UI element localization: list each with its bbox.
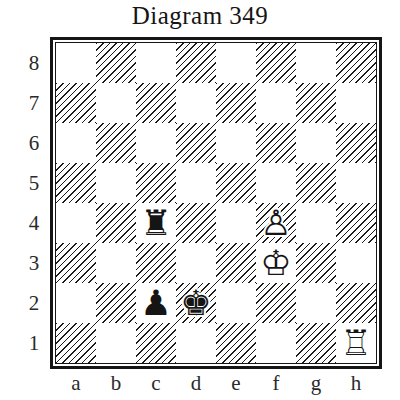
square-f7 [256, 83, 296, 123]
square-c7 [136, 83, 176, 123]
square-e4 [216, 203, 256, 243]
rank-labels: 87654321 [22, 43, 46, 363]
square-a1 [56, 323, 96, 363]
white-pawn-f4: ♙ [256, 203, 296, 243]
square-c1 [136, 323, 176, 363]
file-label-d: d [176, 369, 216, 397]
square-e2 [216, 283, 256, 323]
square-c6 [136, 123, 176, 163]
square-d8 [176, 43, 216, 83]
square-e1 [216, 323, 256, 363]
rank-label-6: 6 [22, 123, 46, 163]
board-grid: ♜♟♙♚♔♟♚♜♖ [56, 43, 376, 363]
square-h3 [336, 243, 376, 283]
diagram-title: Diagram 349 [34, 2, 366, 30]
square-b7 [96, 83, 136, 123]
square-a3 [56, 243, 96, 283]
square-d3 [176, 243, 216, 283]
square-f8 [256, 43, 296, 83]
file-label-a: a [56, 369, 96, 397]
square-g1 [296, 323, 336, 363]
rank-label-8: 8 [22, 43, 46, 83]
square-a4 [56, 203, 96, 243]
file-label-h: h [336, 369, 376, 397]
square-h5 [336, 163, 376, 203]
square-b8 [96, 43, 136, 83]
square-e3 [216, 243, 256, 283]
black-pawn-c2: ♟ [136, 283, 176, 323]
square-f6 [256, 123, 296, 163]
square-d2: ♚ [176, 283, 216, 323]
square-c4: ♜ [136, 203, 176, 243]
chess-diagram-page: Diagram 349 87654321 ♜♟♙♚♔♟♚♜♖ abcdefgh [0, 0, 400, 400]
square-b1 [96, 323, 136, 363]
file-label-g: g [296, 369, 336, 397]
square-d1 [176, 323, 216, 363]
square-h8 [336, 43, 376, 83]
board-inner-border: ♜♟♙♚♔♟♚♜♖ [55, 42, 377, 364]
file-label-f: f [256, 369, 296, 397]
square-b6 [96, 123, 136, 163]
square-g7 [296, 83, 336, 123]
square-h6 [336, 123, 376, 163]
rank-label-5: 5 [22, 163, 46, 203]
square-g8 [296, 43, 336, 83]
square-d5 [176, 163, 216, 203]
square-d4 [176, 203, 216, 243]
square-e6 [216, 123, 256, 163]
square-b5 [96, 163, 136, 203]
square-e5 [216, 163, 256, 203]
square-b3 [96, 243, 136, 283]
square-g3 [296, 243, 336, 283]
rank-label-7: 7 [22, 83, 46, 123]
square-g2 [296, 283, 336, 323]
square-c5 [136, 163, 176, 203]
rank-label-3: 3 [22, 243, 46, 283]
square-d7 [176, 83, 216, 123]
square-f2 [256, 283, 296, 323]
square-a6 [56, 123, 96, 163]
rank-label-2: 2 [22, 283, 46, 323]
black-rook-c4: ♜ [136, 203, 176, 243]
square-c2: ♟ [136, 283, 176, 323]
square-c3 [136, 243, 176, 283]
square-f1 [256, 323, 296, 363]
square-e7 [216, 83, 256, 123]
square-a7 [56, 83, 96, 123]
square-f4: ♟♙ [256, 203, 296, 243]
square-e8 [216, 43, 256, 83]
square-a2 [56, 283, 96, 323]
square-h2 [336, 283, 376, 323]
square-f5 [256, 163, 296, 203]
square-h1: ♜♖ [336, 323, 376, 363]
file-label-e: e [216, 369, 256, 397]
square-b2 [96, 283, 136, 323]
file-labels: abcdefgh [56, 369, 376, 397]
square-b4 [96, 203, 136, 243]
square-g4 [296, 203, 336, 243]
square-c8 [136, 43, 176, 83]
square-h4 [336, 203, 376, 243]
file-label-b: b [96, 369, 136, 397]
black-king-d2: ♚ [176, 283, 216, 323]
file-label-c: c [136, 369, 176, 397]
square-a8 [56, 43, 96, 83]
white-king-f3: ♔ [256, 243, 296, 283]
square-g5 [296, 163, 336, 203]
rank-label-4: 4 [22, 203, 46, 243]
square-h7 [336, 83, 376, 123]
rank-label-1: 1 [22, 323, 46, 363]
square-f3: ♚♔ [256, 243, 296, 283]
chess-board: ♜♟♙♚♔♟♚♜♖ [50, 37, 382, 369]
square-d6 [176, 123, 216, 163]
square-a5 [56, 163, 96, 203]
white-rook-h1: ♖ [336, 323, 376, 363]
square-g6 [296, 123, 336, 163]
